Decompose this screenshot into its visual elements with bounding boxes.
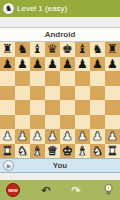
white-knight: ♞ (92, 145, 103, 157)
bottom-spacer (0, 173, 120, 180)
player-bar: ▶ You (0, 158, 120, 173)
square-a7[interactable]: ♟ (0, 57, 15, 72)
square-a8[interactable]: ♜ (0, 42, 15, 57)
square-g3[interactable] (90, 115, 105, 130)
square-d6[interactable] (45, 71, 60, 86)
square-e2[interactable]: ♟ (60, 129, 75, 144)
hint-lightbulb-icon[interactable] (102, 183, 114, 197)
square-f7[interactable]: ♟ (75, 57, 90, 72)
square-c8[interactable]: ♝ (30, 42, 45, 57)
square-h2[interactable]: ♟ (105, 129, 120, 144)
black-pawn: ♟ (17, 58, 28, 70)
white-king: ♚ (62, 145, 73, 157)
square-c6[interactable] (30, 71, 45, 86)
white-pawn: ♟ (2, 130, 13, 142)
square-f8[interactable]: ♝ (75, 42, 90, 57)
black-queen: ♛ (47, 43, 58, 55)
square-f4[interactable] (75, 100, 90, 115)
white-rook: ♜ (2, 145, 13, 157)
square-h8[interactable]: ♜ (105, 42, 120, 57)
square-c3[interactable] (30, 115, 45, 130)
opponent-bar: Android (0, 27, 120, 42)
square-h6[interactable] (105, 71, 120, 86)
square-b2[interactable]: ♟ (15, 129, 30, 144)
turn-indicator-icon: ▶ (3, 160, 14, 171)
white-pawn: ♟ (32, 130, 43, 142)
white-rook: ♜ (107, 145, 118, 157)
square-g2[interactable]: ♟ (90, 129, 105, 144)
square-b6[interactable] (15, 71, 30, 86)
square-f3[interactable] (75, 115, 90, 130)
square-e8[interactable]: ♚ (60, 42, 75, 57)
square-c4[interactable] (30, 100, 45, 115)
square-a1[interactable]: ♜ (0, 144, 15, 159)
square-e1[interactable]: ♚ (60, 144, 75, 159)
black-pawn: ♟ (62, 58, 73, 70)
app-header: ♞ Level 1 (easy) (0, 0, 120, 17)
square-d8[interactable]: ♛ (45, 42, 60, 57)
white-pawn: ♟ (17, 130, 28, 142)
square-d2[interactable]: ♟ (45, 129, 60, 144)
square-f6[interactable] (75, 71, 90, 86)
white-queen: ♛ (47, 145, 58, 157)
black-knight: ♞ (92, 43, 103, 55)
square-g1[interactable]: ♞ (90, 144, 105, 159)
white-pawn: ♟ (92, 130, 103, 142)
square-b8[interactable]: ♞ (15, 42, 30, 57)
square-d7[interactable]: ♟ (45, 57, 60, 72)
square-g7[interactable]: ♟ (90, 57, 105, 72)
undo-icon[interactable]: ↶ (41, 185, 50, 196)
bottom-toolbar: NEW ↶ ↷ (0, 180, 120, 200)
square-a4[interactable] (0, 100, 15, 115)
square-b4[interactable] (15, 100, 30, 115)
square-b5[interactable] (15, 86, 30, 101)
black-pawn: ♟ (2, 58, 13, 70)
square-c7[interactable]: ♟ (30, 57, 45, 72)
square-h1[interactable]: ♜ (105, 144, 120, 159)
black-bishop: ♝ (32, 43, 43, 55)
black-rook: ♜ (2, 43, 13, 55)
square-f5[interactable] (75, 86, 90, 101)
white-knight: ♞ (17, 145, 28, 157)
chess-board[interactable]: ♜♞♝♛♚♝♞♜♟♟♟♟♟♟♟♟♟♟♟♟♟♟♟♟♜♞♝♛♚♝♞♜ (0, 42, 120, 158)
square-b7[interactable]: ♟ (15, 57, 30, 72)
square-a3[interactable] (0, 115, 15, 130)
square-g8[interactable]: ♞ (90, 42, 105, 57)
level-title: Level 1 (easy) (17, 4, 67, 13)
square-e4[interactable] (60, 100, 75, 115)
square-c5[interactable] (30, 86, 45, 101)
black-pawn: ♟ (77, 58, 88, 70)
square-f2[interactable]: ♟ (75, 129, 90, 144)
square-d4[interactable] (45, 100, 60, 115)
square-d5[interactable] (45, 86, 60, 101)
black-bishop: ♝ (77, 43, 88, 55)
top-spacer (0, 17, 120, 27)
square-h5[interactable] (105, 86, 120, 101)
white-bishop: ♝ (32, 145, 43, 157)
knight-icon: ♞ (3, 3, 14, 14)
black-pawn: ♟ (47, 58, 58, 70)
square-f1[interactable]: ♝ (75, 144, 90, 159)
square-g5[interactable] (90, 86, 105, 101)
square-h4[interactable] (105, 100, 120, 115)
white-pawn: ♟ (107, 130, 118, 142)
white-bishop: ♝ (77, 145, 88, 157)
player-name: You (53, 161, 68, 170)
black-pawn: ♟ (32, 58, 43, 70)
square-h3[interactable] (105, 115, 120, 130)
black-king: ♚ (62, 43, 73, 55)
square-c1[interactable]: ♝ (30, 144, 45, 159)
black-pawn: ♟ (107, 58, 118, 70)
square-a5[interactable] (0, 86, 15, 101)
square-e7[interactable]: ♟ (60, 57, 75, 72)
black-knight: ♞ (17, 43, 28, 55)
square-h7[interactable]: ♟ (105, 57, 120, 72)
black-pawn: ♟ (92, 58, 103, 70)
square-g6[interactable] (90, 71, 105, 86)
white-pawn: ♟ (77, 130, 88, 142)
square-e5[interactable] (60, 86, 75, 101)
square-b3[interactable] (15, 115, 30, 130)
square-c2[interactable]: ♟ (30, 129, 45, 144)
square-e3[interactable] (60, 115, 75, 130)
square-e6[interactable] (60, 71, 75, 86)
square-d1[interactable]: ♛ (45, 144, 60, 159)
square-a2[interactable]: ♟ (0, 129, 15, 144)
square-a6[interactable] (0, 71, 15, 86)
square-g4[interactable] (90, 100, 105, 115)
white-pawn: ♟ (62, 130, 73, 142)
new-game-button[interactable]: NEW (6, 183, 20, 197)
black-rook: ♜ (107, 43, 118, 55)
square-d3[interactable] (45, 115, 60, 130)
white-pawn: ♟ (47, 130, 58, 142)
opponent-name: Android (45, 30, 76, 39)
square-b1[interactable]: ♞ (15, 144, 30, 159)
redo-icon[interactable]: ↷ (72, 185, 81, 196)
